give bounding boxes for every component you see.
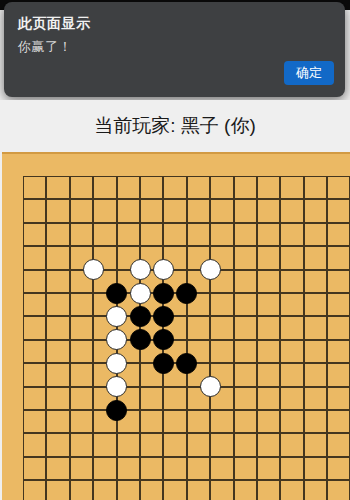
grid-cell xyxy=(46,199,69,222)
grid-cell xyxy=(304,293,327,316)
grid-cell xyxy=(210,457,233,480)
white-stone xyxy=(200,259,221,280)
grid-cell xyxy=(304,433,327,456)
grid-cell xyxy=(93,199,116,222)
grid-cell xyxy=(187,433,210,456)
grid-cell xyxy=(257,293,280,316)
grid-cell xyxy=(23,410,46,433)
grid-cell xyxy=(304,340,327,363)
black-stone xyxy=(130,329,151,350)
grid-cell xyxy=(23,270,46,293)
grid-cell xyxy=(187,199,210,222)
grid-cell xyxy=(234,223,257,246)
grid-cell xyxy=(187,480,210,500)
grid-cell xyxy=(280,457,303,480)
grid-cell xyxy=(70,480,93,500)
grid-cell xyxy=(280,176,303,199)
black-stone xyxy=(153,283,174,304)
grid-cell xyxy=(23,293,46,316)
grid-cell xyxy=(23,223,46,246)
grid-cell xyxy=(23,480,46,500)
grid-cell xyxy=(257,176,280,199)
gomoku-board[interactable] xyxy=(2,152,350,500)
grid-cell xyxy=(117,223,140,246)
black-stone xyxy=(153,306,174,327)
grid-cell xyxy=(163,176,186,199)
grid-cell xyxy=(234,387,257,410)
grid-cell xyxy=(234,340,257,363)
grid-cell xyxy=(280,410,303,433)
grid-cell xyxy=(327,176,350,199)
grid-cell xyxy=(327,433,350,456)
grid-cell xyxy=(280,340,303,363)
grid-cell xyxy=(234,363,257,386)
white-stone xyxy=(153,259,174,280)
grid-cell xyxy=(70,176,93,199)
grid-cell xyxy=(46,223,69,246)
grid-cell xyxy=(257,433,280,456)
grid-cell xyxy=(93,480,116,500)
grid-cell xyxy=(257,410,280,433)
grid-cell xyxy=(93,176,116,199)
grid-cell xyxy=(234,199,257,222)
grid-cell xyxy=(257,199,280,222)
grid-cell xyxy=(23,387,46,410)
grid-cell xyxy=(117,199,140,222)
grid-cell xyxy=(257,387,280,410)
grid-cell xyxy=(70,433,93,456)
grid-cell xyxy=(163,199,186,222)
grid-cell xyxy=(304,480,327,500)
grid-cell xyxy=(304,387,327,410)
grid-cell xyxy=(280,316,303,339)
white-stone xyxy=(106,353,127,374)
grid-cell xyxy=(70,387,93,410)
grid-cell xyxy=(23,433,46,456)
grid-cell xyxy=(304,176,327,199)
grid-cell xyxy=(234,270,257,293)
grid-cell xyxy=(327,363,350,386)
grid-cell xyxy=(257,223,280,246)
grid-cell xyxy=(187,410,210,433)
grid-cell xyxy=(327,293,350,316)
grid-cell xyxy=(304,199,327,222)
grid-cell xyxy=(234,433,257,456)
grid-cell xyxy=(304,316,327,339)
white-stone xyxy=(200,376,221,397)
grid-cell xyxy=(117,433,140,456)
grid-cell xyxy=(210,410,233,433)
grid-cell xyxy=(304,246,327,269)
dialog-message: 你赢了！ xyxy=(18,38,72,56)
grid-cell xyxy=(257,316,280,339)
white-stone xyxy=(130,283,151,304)
grid-cell xyxy=(187,223,210,246)
grid-cell xyxy=(257,340,280,363)
grid-cell xyxy=(46,387,69,410)
grid-cell xyxy=(140,433,163,456)
grid-cell xyxy=(304,223,327,246)
grid-cell xyxy=(140,387,163,410)
grid-cell xyxy=(70,199,93,222)
grid-cell xyxy=(304,363,327,386)
grid-cell xyxy=(234,176,257,199)
white-stone xyxy=(83,259,104,280)
grid-cell xyxy=(280,270,303,293)
grid-cell xyxy=(70,316,93,339)
grid-cell xyxy=(140,410,163,433)
grid-cell xyxy=(327,340,350,363)
grid-cell xyxy=(327,199,350,222)
grid-cell xyxy=(23,457,46,480)
grid-cell xyxy=(70,293,93,316)
grid-cell xyxy=(257,363,280,386)
grid-cell xyxy=(304,410,327,433)
grid-cell xyxy=(210,433,233,456)
grid-cell xyxy=(46,270,69,293)
grid-cell xyxy=(46,433,69,456)
dialog-title: 此页面显示 xyxy=(18,15,91,33)
grid-cell xyxy=(46,480,69,500)
grid-cell xyxy=(280,293,303,316)
grid-cell xyxy=(327,316,350,339)
grid-cell xyxy=(23,316,46,339)
grid-cell xyxy=(187,457,210,480)
grid-cell xyxy=(140,223,163,246)
grid-cell xyxy=(187,176,210,199)
grid-cell xyxy=(210,480,233,500)
grid-cell xyxy=(46,293,69,316)
grid-cell xyxy=(210,176,233,199)
grid-cell xyxy=(280,246,303,269)
grid-cell xyxy=(23,363,46,386)
grid-cell xyxy=(140,457,163,480)
black-stone xyxy=(176,353,197,374)
grid-cell xyxy=(327,480,350,500)
grid-cell xyxy=(163,387,186,410)
grid-cell xyxy=(234,246,257,269)
confirm-button[interactable]: 确定 xyxy=(284,61,334,85)
grid-cell xyxy=(163,410,186,433)
white-stone xyxy=(106,306,127,327)
grid-cell xyxy=(46,176,69,199)
grid-cell xyxy=(327,387,350,410)
grid-cell xyxy=(70,223,93,246)
grid-cell xyxy=(46,363,69,386)
grid-cell xyxy=(280,363,303,386)
grid-cell xyxy=(23,199,46,222)
grid-cell xyxy=(280,433,303,456)
grid-cell xyxy=(210,223,233,246)
grid-cell xyxy=(140,176,163,199)
grid-cell xyxy=(327,410,350,433)
black-stone xyxy=(153,353,174,374)
grid-cell xyxy=(257,246,280,269)
grid-cell xyxy=(234,457,257,480)
grid-cell xyxy=(234,316,257,339)
grid-cell xyxy=(93,433,116,456)
grid-cell xyxy=(234,480,257,500)
grid-cell xyxy=(327,270,350,293)
grid-cell xyxy=(304,457,327,480)
grid-cell xyxy=(117,480,140,500)
grid-cell xyxy=(327,457,350,480)
grid-cell xyxy=(140,480,163,500)
grid-cell xyxy=(23,340,46,363)
board-grid xyxy=(23,176,350,500)
grid-cell xyxy=(234,293,257,316)
grid-cell xyxy=(280,480,303,500)
current-player-label: 当前玩家: 黑子 (你) xyxy=(0,100,350,152)
grid-cell xyxy=(327,223,350,246)
grid-cell xyxy=(70,410,93,433)
grid-cell xyxy=(93,223,116,246)
grid-cell xyxy=(70,340,93,363)
grid-cell xyxy=(280,223,303,246)
grid-cell xyxy=(210,199,233,222)
black-stone xyxy=(130,306,151,327)
grid-cell xyxy=(163,433,186,456)
grid-cell xyxy=(117,176,140,199)
grid-cell xyxy=(23,246,46,269)
grid-cell xyxy=(140,199,163,222)
grid-cell xyxy=(70,457,93,480)
grid-cell xyxy=(280,387,303,410)
grid-cell xyxy=(234,410,257,433)
grid-cell xyxy=(93,457,116,480)
grid-cell xyxy=(46,410,69,433)
grid-cell xyxy=(327,246,350,269)
grid-cell xyxy=(210,340,233,363)
white-stone xyxy=(130,259,151,280)
grid-cell xyxy=(257,480,280,500)
grid-cell xyxy=(210,293,233,316)
grid-cell xyxy=(163,480,186,500)
grid-cell xyxy=(257,457,280,480)
grid-cell xyxy=(117,457,140,480)
grid-cell xyxy=(304,270,327,293)
grid-cell xyxy=(70,363,93,386)
grid-cell xyxy=(163,223,186,246)
grid-cell xyxy=(163,457,186,480)
grid-cell xyxy=(46,316,69,339)
grid-cell xyxy=(46,457,69,480)
grid-cell xyxy=(257,270,280,293)
black-stone xyxy=(106,283,127,304)
grid-cell xyxy=(187,316,210,339)
grid-cell xyxy=(46,246,69,269)
grid-cell xyxy=(280,199,303,222)
grid-cell xyxy=(23,176,46,199)
black-stone xyxy=(106,400,127,421)
black-stone xyxy=(176,283,197,304)
alert-dialog: 此页面显示 你赢了！ 确定 xyxy=(4,2,345,97)
grid-cell xyxy=(210,316,233,339)
grid-cell xyxy=(46,340,69,363)
